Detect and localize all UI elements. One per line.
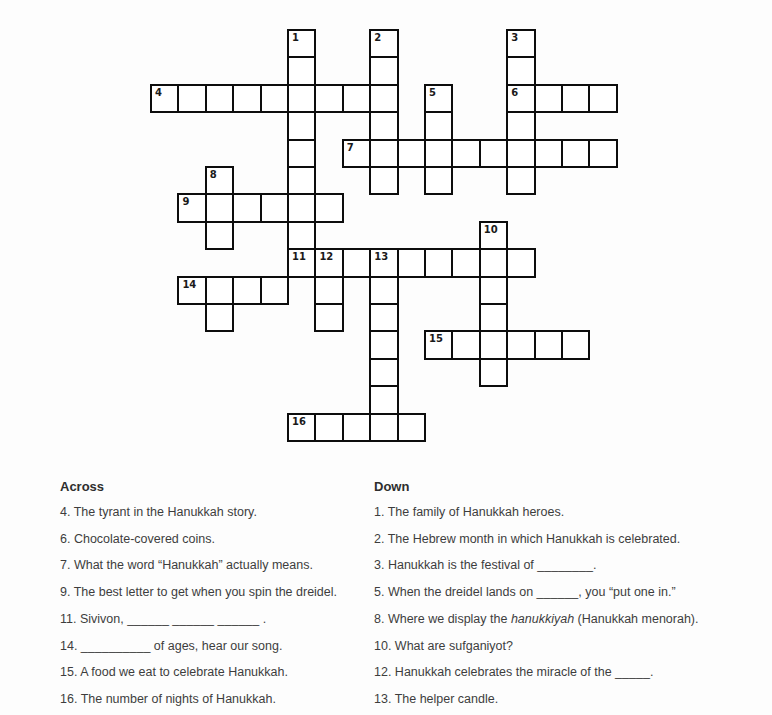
clue-item-number: 4.	[60, 505, 74, 519]
clue-item: 13. The helper candle.	[374, 686, 699, 713]
grid-cell[interactable]	[342, 413, 371, 442]
clue-item-number: 3.	[374, 558, 388, 572]
grid-cell[interactable]: 6	[506, 84, 535, 113]
clue-number: 13	[374, 251, 388, 262]
grid-cell[interactable]	[424, 111, 453, 140]
clue-item-number: 2.	[374, 532, 388, 546]
grid-cell[interactable]: 5	[424, 84, 453, 113]
clue-item-text: The Hebrew month in which Hanukkah is ce…	[388, 532, 681, 546]
grid-cell[interactable]	[205, 303, 234, 332]
grid-cell[interactable]	[287, 221, 316, 250]
clue-number: 10	[484, 224, 498, 235]
grid-cell[interactable]	[314, 413, 343, 442]
grid-cell[interactable]	[506, 139, 535, 168]
clue-item: 14. __________ of ages, hear our song.	[60, 633, 337, 660]
clue-item: 7. What the word “Hanukkah” actually mea…	[60, 552, 337, 579]
clue-item-number: 12.	[374, 665, 395, 679]
grid-cell[interactable]	[232, 84, 261, 113]
grid-cell[interactable]	[369, 111, 398, 140]
clue-item-number: 13.	[374, 692, 395, 706]
clue-number: 3	[511, 32, 518, 43]
grid-cell[interactable]: 11	[287, 248, 316, 277]
clue-number: 4	[155, 87, 162, 98]
grid-cell[interactable]: 12	[314, 248, 343, 277]
clue-item: 4. The tyrant in the Hanukkah story.	[60, 499, 337, 526]
clue-item-number: 5.	[374, 585, 388, 599]
clue-number: 6	[511, 87, 518, 98]
grid-cell[interactable]	[232, 193, 261, 222]
grid-cell[interactable]	[287, 193, 316, 222]
grid-cell[interactable]	[424, 166, 453, 195]
clue-item: 5. When the dreidel lands on ______, you…	[374, 579, 699, 606]
clue-item-text: A food we eat to celebrate Hanukkah.	[80, 665, 288, 679]
clue-item-text: The best letter to get when you spin the…	[74, 585, 337, 599]
clue-item-number: 11.	[60, 612, 80, 626]
clue-item-number: 1.	[374, 505, 388, 519]
grid-cell[interactable]	[588, 84, 617, 113]
clue-item-number: 14.	[60, 639, 81, 653]
clue-item-text: Where we display the	[388, 612, 511, 626]
clue-number: 11	[292, 251, 306, 262]
clue-item-italic-text: hanukkiyah	[511, 612, 574, 626]
grid-cell[interactable]	[260, 276, 289, 305]
grid-cell[interactable]	[534, 330, 563, 359]
grid-cell[interactable]	[342, 84, 371, 113]
grid-cell[interactable]: 3	[506, 29, 535, 58]
grid-cell[interactable]	[314, 193, 343, 222]
grid-cell[interactable]	[479, 139, 508, 168]
grid-cell[interactable]	[369, 139, 398, 168]
down-header: Down	[374, 479, 699, 494]
clue-item: 11. Sivivon, ______ ______ ______ .	[60, 606, 337, 633]
grid-cell[interactable]	[479, 358, 508, 387]
across-clue-list: 4. The tyrant in the Hanukkah story.6. C…	[60, 499, 337, 713]
grid-cell[interactable]	[314, 276, 343, 305]
grid-cell[interactable]	[177, 84, 206, 113]
grid-cell[interactable]	[424, 248, 453, 277]
grid-cell[interactable]	[451, 248, 480, 277]
clue-number: 14	[182, 279, 196, 290]
clue-item-number: 10.	[374, 639, 395, 653]
down-clue-list: 1. The family of Hanukkah heroes.2. The …	[374, 499, 699, 713]
grid-cell[interactable]	[506, 111, 535, 140]
grid-cell[interactable]	[369, 56, 398, 85]
grid-cell[interactable]	[397, 139, 426, 168]
clue-item-number: 16.	[60, 692, 81, 706]
clue-item-text: Sivivon, ______ ______ ______ .	[80, 612, 266, 626]
grid-cell[interactable]	[424, 139, 453, 168]
clue-number: 15	[429, 333, 443, 344]
clue-item: 15. A food we eat to celebrate Hanukkah.	[60, 659, 337, 686]
grid-cell[interactable]	[369, 84, 398, 113]
grid-cell[interactable]: 1	[287, 29, 316, 58]
grid-cell[interactable]: 16	[287, 413, 316, 442]
clue-item-text: When the dreidel lands on ______, you “p…	[388, 585, 676, 599]
grid-cell[interactable]	[314, 84, 343, 113]
across-clues-section: Across 4. The tyrant in the Hanukkah sto…	[60, 479, 337, 713]
clue-item: 12. Hanukkah celebrates the miracle of t…	[374, 659, 699, 686]
clue-number: 1	[292, 32, 299, 43]
grid-cell[interactable]	[232, 276, 261, 305]
grid-cell[interactable]	[287, 56, 316, 85]
clue-number: 9	[182, 196, 189, 207]
grid-cell[interactable]: 8	[205, 166, 234, 195]
clue-item: 9. The best letter to get when you spin …	[60, 579, 337, 606]
grid-cell[interactable]	[369, 385, 398, 414]
clue-item-number: 6.	[60, 532, 74, 546]
grid-cell[interactable]	[369, 276, 398, 305]
clue-item-text: The tyrant in the Hanukkah story.	[74, 505, 257, 519]
clue-item-text: The family of Hanukkah heroes.	[388, 505, 564, 519]
grid-cell[interactable]	[205, 221, 234, 250]
clue-item-text: Chocolate-covered coins.	[74, 532, 215, 546]
clue-item-text: The helper candle.	[395, 692, 499, 706]
grid-cell[interactable]	[205, 276, 234, 305]
grid-cell[interactable]	[479, 330, 508, 359]
grid-cell[interactable]	[561, 139, 590, 168]
grid-cell[interactable]: 4	[150, 84, 179, 113]
grid-cell[interactable]	[369, 413, 398, 442]
clue-item-number: 8.	[374, 612, 388, 626]
clue-number: 7	[347, 142, 354, 153]
grid-cell[interactable]	[479, 303, 508, 332]
grid-cell[interactable]	[561, 84, 590, 113]
grid-cell[interactable]	[260, 84, 289, 113]
grid-cell[interactable]: 14	[177, 276, 206, 305]
clue-number: 16	[292, 416, 306, 427]
grid-cell[interactable]	[397, 413, 426, 442]
grid-cell[interactable]	[479, 276, 508, 305]
grid-cell[interactable]	[287, 84, 316, 113]
grid-cell[interactable]: 13	[369, 248, 398, 277]
crossword-page: 12345678910111213141516 Across 4. The ty…	[0, 0, 772, 715]
grid-cell[interactable]	[506, 330, 535, 359]
grid-cell[interactable]	[369, 358, 398, 387]
clue-item-text: The number of nights of Hanukkah.	[81, 692, 276, 706]
clue-item-text: Hanukkah celebrates the miracle of the _…	[395, 665, 654, 679]
clue-item-number: 7.	[60, 558, 74, 572]
clue-number: 5	[429, 87, 436, 98]
grid-cell[interactable]	[506, 56, 535, 85]
clue-item-text: (Hanukkah menorah).	[574, 612, 698, 626]
grid-cell[interactable]	[506, 248, 535, 277]
grid-cell[interactable]	[588, 139, 617, 168]
grid-cell[interactable]	[451, 139, 480, 168]
grid-cell[interactable]	[369, 330, 398, 359]
clue-item-text: What are sufganiyot?	[395, 639, 513, 653]
grid-cell[interactable]	[205, 84, 234, 113]
grid-cell[interactable]: 7	[342, 139, 371, 168]
grid-cell[interactable]	[369, 303, 398, 332]
grid-cell[interactable]	[369, 166, 398, 195]
clue-number: 12	[319, 251, 333, 262]
clue-item: 2. The Hebrew month in which Hanukkah is…	[374, 526, 699, 553]
clue-item: 6. Chocolate-covered coins.	[60, 526, 337, 553]
grid-cell[interactable]	[287, 111, 316, 140]
clue-item-text: __________ of ages, hear our song.	[81, 639, 283, 653]
grid-cell[interactable]	[205, 193, 234, 222]
clue-item: 3. Hanukkah is the festival of ________.	[374, 552, 699, 579]
grid-cell[interactable]	[534, 84, 563, 113]
clue-number: 2	[374, 32, 381, 43]
clue-item: 1. The family of Hanukkah heroes.	[374, 499, 699, 526]
clue-number: 8	[210, 169, 217, 180]
clue-item: 8. Where we display the hanukkiyah (Hanu…	[374, 606, 699, 633]
grid-cell[interactable]: 10	[479, 221, 508, 250]
grid-cell[interactable]	[506, 166, 535, 195]
clue-item-text: Hanukkah is the festival of ________.	[388, 558, 596, 572]
clue-item: 10. What are sufganiyot?	[374, 633, 699, 660]
grid-cell[interactable]: 2	[369, 29, 398, 58]
grid-cell[interactable]	[342, 248, 371, 277]
grid-cell[interactable]: 15	[424, 330, 453, 359]
clue-item: 16. The number of nights of Hanukkah.	[60, 686, 337, 713]
grid-cell[interactable]	[397, 248, 426, 277]
grid-cell[interactable]	[260, 193, 289, 222]
clue-item-text: What the word “Hanukkah” actually means.	[74, 558, 313, 572]
grid-cell[interactable]	[561, 330, 590, 359]
across-header: Across	[60, 479, 337, 494]
clue-item-number: 15.	[60, 665, 80, 679]
clue-item-number: 9.	[60, 585, 74, 599]
grid-cell[interactable]	[287, 166, 316, 195]
grid-cell[interactable]	[451, 330, 480, 359]
grid-cell[interactable]	[314, 303, 343, 332]
grid-cell[interactable]	[287, 139, 316, 168]
grid-cell[interactable]	[479, 248, 508, 277]
grid-cell[interactable]	[534, 139, 563, 168]
grid-cell[interactable]: 9	[177, 193, 206, 222]
down-clues-section: Down 1. The family of Hanukkah heroes.2.…	[374, 479, 699, 713]
